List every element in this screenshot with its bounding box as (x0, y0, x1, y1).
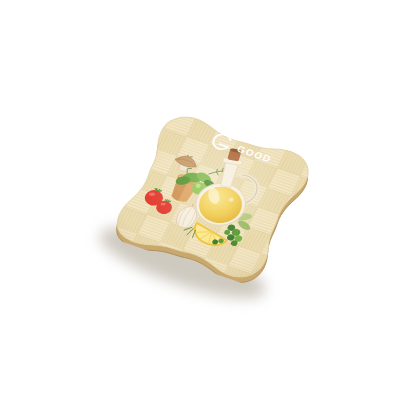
product-photo: GOOD · · · · · · · · (0, 0, 400, 400)
